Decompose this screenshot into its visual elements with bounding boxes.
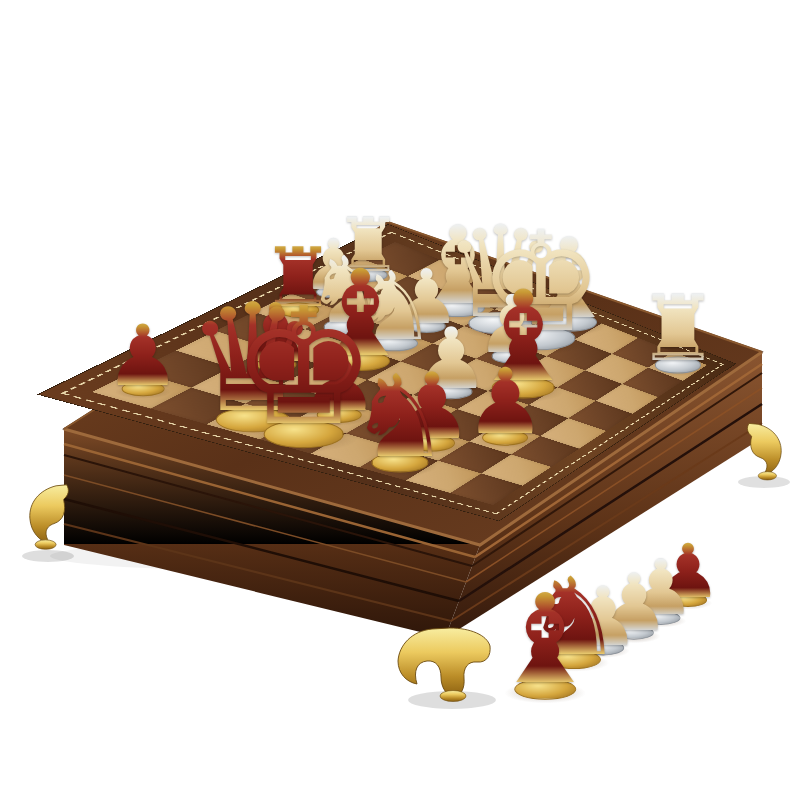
bishop-glyph: ♝ <box>490 582 600 699</box>
rook-glyph: ♜ <box>637 286 719 373</box>
pawn-glyph: ♟ <box>465 359 546 445</box>
product-photo-stage: ♜♟♝♜♝♛♟♞♚♞♟♝♟♜♝♟♟♟♛♚♟♟♞♝♞♟♟♟♟ <box>0 0 800 800</box>
knight-glyph: ♞ <box>348 363 450 471</box>
pawn-glyph: ♟ <box>105 316 181 396</box>
pieces-layer: ♜♟♝♜♝♛♟♞♚♞♟♝♟♜♝♟♟♟♛♚♟♟♞♝♞♟♟♟♟ <box>0 0 800 800</box>
